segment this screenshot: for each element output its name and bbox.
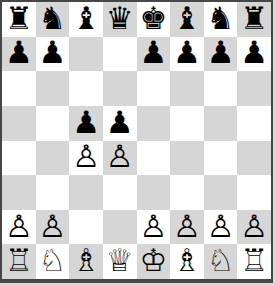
square-b8[interactable]: ♞ (36, 2, 70, 37)
square-d6[interactable] (103, 71, 137, 106)
black-pawn-f7: ♟ (173, 37, 201, 68)
square-f7[interactable]: ♟ (170, 37, 204, 72)
black-pawn-h7: ♟ (240, 37, 268, 68)
square-a7[interactable]: ♟ (2, 37, 36, 72)
square-h2[interactable]: ♙ (237, 210, 271, 245)
square-g5[interactable] (204, 106, 238, 141)
square-f8[interactable]: ♝ (170, 2, 204, 37)
square-d1[interactable]: ♕ (103, 244, 137, 279)
black-pawn-a7: ♟ (5, 37, 33, 68)
white-pawn-b2: ♙ (39, 211, 67, 242)
square-d7[interactable] (103, 37, 137, 72)
black-bishop-c8: ♝ (72, 3, 100, 34)
square-g8[interactable]: ♞ (204, 2, 238, 37)
black-pawn-e7: ♟ (139, 37, 167, 68)
white-bishop-f1: ♗ (173, 245, 201, 276)
square-c1[interactable]: ♗ (69, 244, 103, 279)
square-e3[interactable] (137, 175, 171, 210)
black-rook-a8: ♜ (5, 3, 33, 34)
black-queen-d8: ♛ (106, 3, 134, 34)
black-knight-g8: ♞ (207, 3, 235, 34)
white-knight-b1: ♘ (39, 245, 67, 276)
square-b1[interactable]: ♘ (36, 244, 70, 279)
white-pawn-e2: ♙ (139, 211, 167, 242)
square-g2[interactable]: ♙ (204, 210, 238, 245)
square-g1[interactable]: ♘ (204, 244, 238, 279)
black-pawn-b7: ♟ (39, 37, 67, 68)
square-b3[interactable] (36, 175, 70, 210)
white-knight-g1: ♘ (207, 245, 235, 276)
square-f4[interactable] (170, 141, 204, 176)
square-h8[interactable]: ♜ (237, 2, 271, 37)
square-h7[interactable]: ♟ (237, 37, 271, 72)
square-a3[interactable] (2, 175, 36, 210)
square-e6[interactable] (137, 71, 171, 106)
square-a2[interactable]: ♙ (2, 210, 36, 245)
square-g7[interactable]: ♟ (204, 37, 238, 72)
square-f3[interactable] (170, 175, 204, 210)
square-f6[interactable] (170, 71, 204, 106)
chess-board: ♜♞♝♛♚♝♞♜♟♟♟♟♟♟♟♟♙♙♙♙♙♙♙♙♖♘♗♕♔♗♘♖ (2, 2, 271, 279)
white-pawn-f2: ♙ (173, 211, 201, 242)
square-a5[interactable] (2, 106, 36, 141)
white-pawn-a2: ♙ (5, 211, 33, 242)
square-c7[interactable] (69, 37, 103, 72)
black-pawn-g7: ♟ (207, 37, 235, 68)
square-c6[interactable] (69, 71, 103, 106)
square-f1[interactable]: ♗ (170, 244, 204, 279)
square-e4[interactable] (137, 141, 171, 176)
square-d8[interactable]: ♛ (103, 2, 137, 37)
square-f5[interactable] (170, 106, 204, 141)
white-pawn-g2: ♙ (207, 211, 235, 242)
square-g6[interactable] (204, 71, 238, 106)
white-bishop-c1: ♗ (72, 245, 100, 276)
square-a4[interactable] (2, 141, 36, 176)
black-rook-h8: ♜ (240, 3, 268, 34)
black-bishop-f8: ♝ (173, 3, 201, 34)
square-h6[interactable] (237, 71, 271, 106)
square-d3[interactable] (103, 175, 137, 210)
square-h3[interactable] (237, 175, 271, 210)
square-a6[interactable] (2, 71, 36, 106)
square-f2[interactable]: ♙ (170, 210, 204, 245)
square-h5[interactable] (237, 106, 271, 141)
black-pawn-c5: ♟ (72, 107, 100, 138)
white-pawn-h2: ♙ (240, 211, 268, 242)
square-h1[interactable]: ♖ (237, 244, 271, 279)
black-knight-b8: ♞ (39, 3, 67, 34)
square-c8[interactable]: ♝ (69, 2, 103, 37)
square-b6[interactable] (36, 71, 70, 106)
white-king-e1: ♔ (139, 245, 167, 276)
square-a8[interactable]: ♜ (2, 2, 36, 37)
square-e1[interactable]: ♔ (137, 244, 171, 279)
square-e8[interactable]: ♚ (137, 2, 171, 37)
square-h4[interactable] (237, 141, 271, 176)
square-d2[interactable] (103, 210, 137, 245)
square-e5[interactable] (137, 106, 171, 141)
square-d4[interactable]: ♙ (103, 141, 137, 176)
white-queen-d1: ♕ (106, 245, 134, 276)
square-c5[interactable]: ♟ (69, 106, 103, 141)
white-pawn-d4: ♙ (106, 141, 134, 172)
square-c2[interactable] (69, 210, 103, 245)
white-rook-a1: ♖ (5, 245, 33, 276)
square-g4[interactable] (204, 141, 238, 176)
square-e2[interactable]: ♙ (137, 210, 171, 245)
square-e7[interactable]: ♟ (137, 37, 171, 72)
black-pawn-d5: ♟ (106, 107, 134, 138)
black-king-e8: ♚ (139, 3, 167, 34)
square-g3[interactable] (204, 175, 238, 210)
white-pawn-c4: ♙ (72, 141, 100, 172)
square-a1[interactable]: ♖ (2, 244, 36, 279)
square-c3[interactable] (69, 175, 103, 210)
square-b2[interactable]: ♙ (36, 210, 70, 245)
square-c4[interactable]: ♙ (69, 141, 103, 176)
white-rook-h1: ♖ (240, 245, 268, 276)
square-d5[interactable]: ♟ (103, 106, 137, 141)
chess-diagram: ♜♞♝♛♚♝♞♜♟♟♟♟♟♟♟♟♙♙♙♙♙♙♙♙♖♘♗♕♔♗♘♖ (0, 0, 275, 285)
square-b4[interactable] (36, 141, 70, 176)
square-b5[interactable] (36, 106, 70, 141)
square-b7[interactable]: ♟ (36, 37, 70, 72)
